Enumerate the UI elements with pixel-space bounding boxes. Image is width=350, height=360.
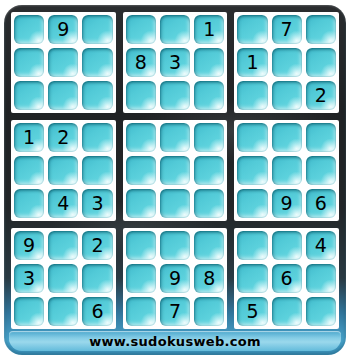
- cell-r7c8[interactable]: [272, 231, 302, 260]
- cell-r8c6[interactable]: 8: [194, 264, 224, 293]
- cell-r7c9[interactable]: 4: [306, 231, 336, 260]
- sudoku-box-7: 9236: [11, 228, 116, 329]
- cell-r1c6[interactable]: 1: [194, 15, 224, 44]
- cell-r2c1[interactable]: [14, 48, 44, 77]
- cell-r2c3[interactable]: [82, 48, 112, 77]
- cell-r1c8[interactable]: 7: [272, 15, 302, 44]
- footer-band: www.sudokusweb.com: [9, 331, 341, 351]
- cell-r3c3[interactable]: [82, 81, 112, 110]
- cell-r4c4[interactable]: [126, 123, 156, 152]
- cell-r5c2[interactable]: [48, 156, 78, 185]
- cell-r7c1[interactable]: 9: [14, 231, 44, 260]
- cell-r7c4[interactable]: [126, 231, 156, 260]
- cell-r3c9[interactable]: 2: [306, 81, 336, 110]
- cell-r1c1[interactable]: [14, 15, 44, 44]
- cell-r8c2[interactable]: [48, 264, 78, 293]
- sudoku-box-6: 96: [234, 120, 339, 221]
- cell-r6c5[interactable]: [160, 189, 190, 218]
- cell-r8c8[interactable]: 6: [272, 264, 302, 293]
- cell-r6c8[interactable]: 9: [272, 189, 302, 218]
- cell-r4c3[interactable]: [82, 123, 112, 152]
- cell-r8c5[interactable]: 9: [160, 264, 190, 293]
- cell-r1c7[interactable]: [237, 15, 267, 44]
- cell-r5c1[interactable]: [14, 156, 44, 185]
- sudoku-box-5: [123, 120, 228, 221]
- cell-r2c8[interactable]: [272, 48, 302, 77]
- cell-r3c6[interactable]: [194, 81, 224, 110]
- cell-r8c4[interactable]: [126, 264, 156, 293]
- cell-r3c2[interactable]: [48, 81, 78, 110]
- cell-r5c3[interactable]: [82, 156, 112, 185]
- cell-r3c8[interactable]: [272, 81, 302, 110]
- cell-r4c1[interactable]: 1: [14, 123, 44, 152]
- cell-r4c5[interactable]: [160, 123, 190, 152]
- cell-r7c7[interactable]: [237, 231, 267, 260]
- sudoku-box-2: 183: [123, 12, 228, 113]
- cell-r7c3[interactable]: 2: [82, 231, 112, 260]
- cell-r1c5[interactable]: [160, 15, 190, 44]
- cell-r7c5[interactable]: [160, 231, 190, 260]
- cell-r4c7[interactable]: [237, 123, 267, 152]
- cell-r3c1[interactable]: [14, 81, 44, 110]
- cell-r9c7[interactable]: 5: [237, 297, 267, 326]
- cell-r1c2[interactable]: 9: [48, 15, 78, 44]
- cell-r9c6[interactable]: [194, 297, 224, 326]
- cell-r2c6[interactable]: [194, 48, 224, 77]
- cell-r8c3[interactable]: [82, 264, 112, 293]
- cell-r8c9[interactable]: [306, 264, 336, 293]
- cell-r3c5[interactable]: [160, 81, 190, 110]
- footer-link[interactable]: www.sudokusweb.com: [89, 334, 261, 349]
- cell-r2c5[interactable]: 3: [160, 48, 190, 77]
- cell-r5c8[interactable]: [272, 156, 302, 185]
- cell-r9c9[interactable]: [306, 297, 336, 326]
- cell-r6c4[interactable]: [126, 189, 156, 218]
- cell-r9c5[interactable]: 7: [160, 297, 190, 326]
- sudoku-board-frame: 91837121243969236987465 www.sudokusweb.c…: [4, 5, 346, 355]
- cell-r4c2[interactable]: 2: [48, 123, 78, 152]
- cell-r9c8[interactable]: [272, 297, 302, 326]
- cell-r2c4[interactable]: 8: [126, 48, 156, 77]
- cell-r9c3[interactable]: 6: [82, 297, 112, 326]
- cell-r5c6[interactable]: [194, 156, 224, 185]
- cell-r4c6[interactable]: [194, 123, 224, 152]
- cell-r6c9[interactable]: 6: [306, 189, 336, 218]
- cell-r2c2[interactable]: [48, 48, 78, 77]
- cell-r6c7[interactable]: [237, 189, 267, 218]
- sudoku-box-3: 712: [234, 12, 339, 113]
- cell-r6c2[interactable]: 4: [48, 189, 78, 218]
- cell-r5c4[interactable]: [126, 156, 156, 185]
- sudoku-box-4: 1243: [11, 120, 116, 221]
- cell-r1c3[interactable]: [82, 15, 112, 44]
- cell-r2c7[interactable]: 1: [237, 48, 267, 77]
- cell-r8c1[interactable]: 3: [14, 264, 44, 293]
- sudoku-box-8: 987: [123, 228, 228, 329]
- cell-r5c5[interactable]: [160, 156, 190, 185]
- cell-r6c1[interactable]: [14, 189, 44, 218]
- cell-r9c4[interactable]: [126, 297, 156, 326]
- sudoku-grid: 91837121243969236987465: [11, 12, 339, 329]
- cell-r5c7[interactable]: [237, 156, 267, 185]
- cell-r1c9[interactable]: [306, 15, 336, 44]
- sudoku-box-1: 9: [11, 12, 116, 113]
- cell-r3c4[interactable]: [126, 81, 156, 110]
- cell-r4c8[interactable]: [272, 123, 302, 152]
- cell-r3c7[interactable]: [237, 81, 267, 110]
- cell-r5c9[interactable]: [306, 156, 336, 185]
- sudoku-page: 91837121243969236987465 www.sudokusweb.c…: [0, 0, 350, 360]
- cell-r2c9[interactable]: [306, 48, 336, 77]
- cell-r1c4[interactable]: [126, 15, 156, 44]
- cell-r7c2[interactable]: [48, 231, 78, 260]
- sudoku-box-9: 465: [234, 228, 339, 329]
- cell-r8c7[interactable]: [237, 264, 267, 293]
- cell-r6c3[interactable]: 3: [82, 189, 112, 218]
- cell-r4c9[interactable]: [306, 123, 336, 152]
- cell-r6c6[interactable]: [194, 189, 224, 218]
- cell-r9c2[interactable]: [48, 297, 78, 326]
- cell-r9c1[interactable]: [14, 297, 44, 326]
- cell-r7c6[interactable]: [194, 231, 224, 260]
